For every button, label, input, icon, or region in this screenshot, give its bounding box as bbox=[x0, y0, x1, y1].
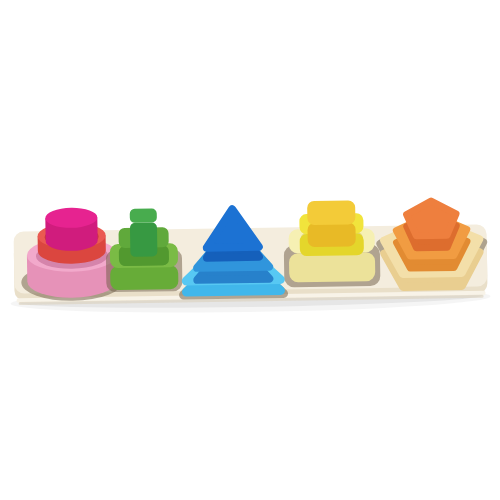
pentagon-stack bbox=[380, 200, 484, 287]
toy-scene bbox=[9, 198, 491, 316]
shape-sorter-toy-illustration bbox=[0, 0, 500, 500]
orange-top-pentagon-top bbox=[406, 201, 456, 236]
product-photo-canvas bbox=[0, 0, 500, 500]
green-top-block-top bbox=[130, 208, 157, 222]
green-top-block-front bbox=[130, 222, 158, 256]
gold-top-block-front bbox=[307, 222, 355, 247]
yellow-square-stack bbox=[283, 200, 380, 287]
green-outer-frame-front bbox=[110, 265, 178, 290]
gold-top-block-top bbox=[307, 200, 355, 225]
yellow-outer-frame-front bbox=[289, 252, 375, 282]
green-square-stack bbox=[105, 208, 182, 292]
